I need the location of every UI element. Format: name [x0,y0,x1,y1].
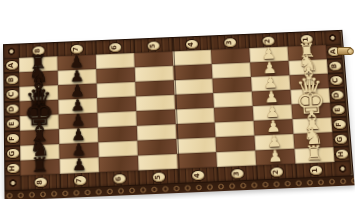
square-g6 [98,141,138,158]
square-e4 [175,108,215,124]
brass-clasp-icon [337,47,352,55]
border-right: D [329,87,345,102]
white-pawn-d2: ♟ [264,89,279,105]
square-g2: ♟ [254,134,294,151]
coord-medallion-top-2: 2 [262,36,274,45]
coord-medallion-right-D: D [331,90,344,99]
border-right: H [333,146,349,162]
coord-medallion-left-C: C [6,90,18,99]
coord-label-left-B: B [8,77,15,82]
coord-medallion-left-E: E [6,119,18,128]
square-h5 [138,154,178,171]
coord-label-bottom-8: 8 [37,179,44,184]
square-h3 [216,150,256,167]
black-pawn-c7: ♟ [70,83,85,99]
square-g5 [137,139,177,156]
square-h8: ♜ [20,159,60,176]
square-h1: ♜ [294,147,334,164]
coord-medallion-bottom-7: 7 [73,175,85,185]
border-right: B [327,59,343,74]
square-h6 [99,156,139,173]
border-left: G [5,146,20,162]
coord-label-bottom-2: 2 [273,169,280,174]
border-bottom: 5 [138,169,178,185]
chess-board: 87654321A♜♟♟♜AB♞♟♟♞BC♝♟♟♝CD♛♟♟♛DE♚♟♟♚EF♝… [3,30,354,192]
coord-medallion-right-C: C [330,76,343,85]
coord-label-right-D: D [333,92,340,98]
border-corner [5,176,20,191]
coord-medallion-bottom-1: 1 [309,165,322,175]
coord-label-top-2: 2 [264,38,271,43]
coord-label-right-H: H [338,151,345,157]
square-f7: ♟ [59,127,98,144]
square-f6 [98,126,137,143]
border-bottom: 6 [99,171,139,187]
border-left: F [5,131,20,147]
coord-medallion-right-E: E [332,105,345,114]
coord-medallion-right-F: F [333,120,346,129]
square-g8: ♞ [20,144,59,161]
coord-medallion-left-H: H [7,164,19,174]
square-f1: ♝ [292,117,332,133]
coord-medallion-left-A: A [6,61,18,70]
square-d4 [174,93,213,109]
coord-medallion-bottom-5: 5 [152,172,164,182]
border-bottom: 7 [60,172,100,188]
coord-label-top-1: 1 [303,37,310,42]
coord-label-right-F: F [336,122,343,127]
coord-medallion-left-F: F [6,134,18,143]
square-d6 [97,96,136,112]
square-g1: ♞ [293,132,333,149]
coord-medallion-left-D: D [6,104,18,113]
coord-label-top-5: 5 [150,43,157,48]
coord-medallion-top-8: 8 [32,46,44,55]
white-pawn-f2: ♟ [266,119,281,135]
square-f8: ♝ [20,129,59,146]
coord-label-top-3: 3 [226,40,233,45]
border-left: H [5,161,20,177]
square-d7: ♟ [58,98,97,114]
coord-label-top-7: 7 [73,46,80,51]
coord-label-bottom-3: 3 [233,171,240,176]
coord-medallion-right-G: G [334,135,347,144]
border-bottom: 1 [295,162,335,178]
coord-label-bottom-7: 7 [76,178,83,183]
coord-label-right-G: G [337,136,344,142]
white-pawn-c2: ♟ [263,75,278,91]
product-photo: 87654321A♜♟♟♜AB♞♟♟♞BC♝♟♟♝CD♛♟♟♛DE♚♟♟♚EF♝… [0,0,355,199]
black-pawn-d7: ♟ [71,98,86,114]
coord-label-bottom-4: 4 [194,172,201,177]
border-right: G [332,132,348,148]
coord-medallion-top-7: 7 [70,44,82,53]
border-bottom: 3 [217,165,257,181]
board-wrap: 87654321A♜♟♟♜AB♞♟♟♞BC♝♟♟♝CD♛♟♟♛DE♚♟♟♚EF♝… [3,30,355,199]
border-left: A [4,58,19,73]
square-g4 [176,137,216,154]
coord-label-left-D: D [9,106,16,112]
white-pawn-e2: ♟ [265,104,280,120]
coord-label-bottom-6: 6 [115,176,122,181]
black-pawn-h7: ♟ [72,157,87,174]
coord-medallion-top-3: 3 [224,38,236,47]
coord-label-bottom-5: 5 [155,174,162,179]
coord-label-left-F: F [9,136,16,141]
border-right: E [330,102,346,117]
coord-label-top-6: 6 [111,45,118,50]
white-pawn-h2: ♟ [268,148,283,165]
coord-label-top-8: 8 [35,48,42,53]
square-g7: ♟ [59,142,99,159]
coord-medallion-right-B: B [329,61,341,70]
coord-medallion-bottom-2: 2 [270,167,283,177]
coord-label-bottom-1: 1 [312,167,319,172]
square-f2: ♟ [254,119,294,135]
white-pawn-b2: ♟ [262,60,277,76]
coord-medallion-top-1: 1 [300,34,312,43]
square-h7: ♟ [60,157,100,174]
coord-label-top-4: 4 [188,41,195,46]
border-corner [335,161,351,176]
coord-label-right-B: B [331,63,338,68]
border-left: E [5,116,20,131]
border-left: B [4,72,19,87]
square-e6 [97,111,136,127]
coord-medallion-top-4: 4 [185,39,197,48]
border-right: F [331,117,347,132]
border-bottom: 4 [178,167,218,183]
square-g3 [215,136,255,153]
white-pawn-g2: ♟ [267,133,282,149]
black-pawn-b7: ♟ [70,69,85,85]
square-d2: ♟ [252,90,292,106]
black-pawn-e7: ♟ [71,112,86,128]
coord-label-left-H: H [9,165,16,171]
coord-medallion-bottom-6: 6 [113,174,125,184]
coord-label-left-G: G [9,150,16,156]
border-left: C [4,87,19,102]
coord-medallion-bottom-4: 4 [191,170,204,180]
border-left: D [5,101,20,116]
coord-label-right-E: E [334,107,341,112]
square-h4 [177,152,217,169]
coord-medallion-top-6: 6 [109,43,121,52]
square-f4 [176,122,216,138]
border-bottom: 2 [256,164,296,180]
square-f3 [215,121,255,137]
square-e8: ♚ [20,114,59,130]
coord-medallion-right-H: H [335,149,348,158]
coord-label-left-A: A [8,63,15,69]
coord-label-left-C: C [8,92,15,97]
square-e5 [136,109,175,125]
coord-label-right-C: C [332,78,339,83]
coord-medallion-bottom-8: 8 [34,177,46,187]
coord-medallion-bottom-3: 3 [231,169,244,179]
black-pawn-f7: ♟ [71,127,86,143]
border-right: C [328,73,344,88]
border-corner [4,44,19,58]
coord-medallion-top-5: 5 [147,41,159,50]
coord-medallion-left-B: B [6,75,18,84]
coord-medallion-left-G: G [7,149,19,158]
black-pawn-a7: ♟ [69,54,84,70]
square-f5 [137,124,177,141]
white-pawn-a2: ♟ [261,46,276,62]
coord-label-left-E: E [9,121,16,126]
border-bottom: 8 [20,174,60,190]
black-pawn-g7: ♟ [72,142,87,159]
square-h2: ♟ [255,149,295,166]
border-corner [325,31,341,45]
